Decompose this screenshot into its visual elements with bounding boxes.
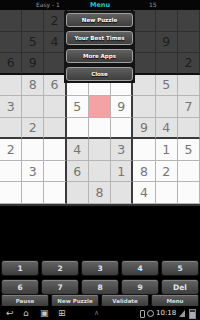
system-bar: ↩ ⌂ ▣ ⊞ ∧ 10:18 (0, 306, 200, 320)
close-button[interactable]: Close (66, 67, 133, 81)
signal-icon (179, 310, 185, 317)
keypad-row-2: 6 7 8 9 Del (1, 279, 199, 295)
cell-r8c5[interactable] (89, 161, 111, 183)
cell-r9c3[interactable] (44, 182, 66, 204)
cell-r9c4[interactable] (67, 182, 89, 204)
digit-6-button[interactable]: 6 (1, 279, 39, 295)
cell-r5c2[interactable] (22, 96, 44, 118)
cell-r8c6[interactable]: 1 (111, 161, 133, 183)
new-puzzle-button[interactable]: New Puzzle (66, 13, 133, 27)
cell-r4c7[interactable] (133, 75, 155, 97)
menu-tab[interactable]: Menu (0, 1, 200, 9)
back-icon[interactable]: ↩ (6, 306, 14, 320)
cell-r8c4[interactable]: 6 (67, 161, 89, 183)
cell-r7c5[interactable] (89, 139, 111, 161)
timer-label: 15 (149, 1, 157, 8)
digit-2-button[interactable]: 2 (41, 260, 79, 276)
cell-r7c7[interactable] (133, 139, 155, 161)
cell-r6c2[interactable]: 2 (22, 118, 44, 140)
cell-r9c5[interactable]: 8 (89, 182, 111, 204)
cell-r7c9[interactable]: 5 (178, 139, 200, 161)
top-bar: Easy - 1 Menu 15 (0, 0, 200, 10)
digit-5-button[interactable]: 5 (161, 260, 199, 276)
cell-r6c8[interactable]: 4 (156, 118, 178, 140)
alarm-icon (147, 310, 154, 317)
cell-r8c7[interactable]: 8 (133, 161, 155, 183)
digit-7-button[interactable]: 7 (41, 279, 79, 295)
cell-r5c9[interactable]: 7 (178, 96, 200, 118)
cell-r5c1[interactable]: 3 (0, 96, 22, 118)
digit-9-button[interactable]: 9 (121, 279, 159, 295)
number-keypad: 1 2 3 4 5 6 7 8 9 Del (1, 260, 199, 295)
vibrate-icon (140, 310, 145, 318)
cell-r6c4[interactable] (67, 118, 89, 140)
digit-8-button[interactable]: 8 (81, 279, 119, 295)
recents-icon[interactable]: ▣ (40, 306, 49, 320)
cell-r8c3[interactable] (44, 161, 66, 183)
cell-r8c2[interactable]: 3 (22, 161, 44, 183)
expand-caret-icon[interactable]: ∧ (94, 306, 99, 320)
cell-r5c6[interactable]: 9 (111, 96, 133, 118)
cell-r6c9[interactable] (178, 118, 200, 140)
cell-r8c9[interactable] (178, 161, 200, 183)
more-apps-button[interactable]: More Apps (66, 49, 133, 63)
cell-r5c4[interactable]: 5 (67, 96, 89, 118)
cell-r5c5[interactable] (89, 96, 111, 118)
keypad-row-1: 1 2 3 4 5 (1, 260, 199, 276)
cell-r7c6[interactable]: 3 (111, 139, 133, 161)
cell-r5c7[interactable] (133, 96, 155, 118)
cell-r7c3[interactable] (44, 139, 66, 161)
cell-r9c7[interactable]: 4 (133, 182, 155, 204)
cell-r9c6[interactable] (111, 182, 133, 204)
digit-4-button[interactable]: 4 (121, 260, 159, 276)
cell-r4c9[interactable] (178, 75, 200, 97)
digit-1-button[interactable]: 1 (1, 260, 39, 276)
cell-r9c2[interactable] (22, 182, 44, 204)
delete-button[interactable]: Del (161, 279, 199, 295)
cell-r7c1[interactable]: 2 (0, 139, 22, 161)
cell-r9c8[interactable] (156, 182, 178, 204)
best-times-button[interactable]: Your Best Times (66, 31, 133, 45)
menu-popup: New Puzzle Your Best Times More Apps Clo… (64, 11, 135, 83)
cell-r9c9[interactable] (178, 182, 200, 204)
battery-icon (189, 309, 196, 319)
clock-label: 10:18 (156, 309, 176, 317)
cell-r8c8[interactable]: 2 (156, 161, 178, 183)
cell-r7c2[interactable] (22, 139, 44, 161)
cell-r7c8[interactable]: 1 (156, 139, 178, 161)
cell-r9c1[interactable] (0, 182, 22, 204)
cell-r6c7[interactable]: 9 (133, 118, 155, 140)
cell-r4c2[interactable]: 8 (22, 75, 44, 97)
cell-r8c1[interactable] (0, 161, 22, 183)
cell-r4c8[interactable]: 5 (156, 75, 178, 97)
cell-r6c5[interactable] (89, 118, 111, 140)
cell-r5c3[interactable] (44, 96, 66, 118)
cell-r5c8[interactable] (156, 96, 178, 118)
home-icon[interactable]: ⌂ (23, 306, 29, 320)
cell-r7c4[interactable]: 4 (67, 139, 89, 161)
digit-3-button[interactable]: 3 (81, 260, 119, 276)
cell-r6c6[interactable] (111, 118, 133, 140)
cell-r6c1[interactable] (0, 118, 22, 140)
cell-r4c1[interactable] (0, 75, 22, 97)
cell-r6c3[interactable] (44, 118, 66, 140)
apps-icon[interactable]: ⊞ (58, 306, 66, 320)
